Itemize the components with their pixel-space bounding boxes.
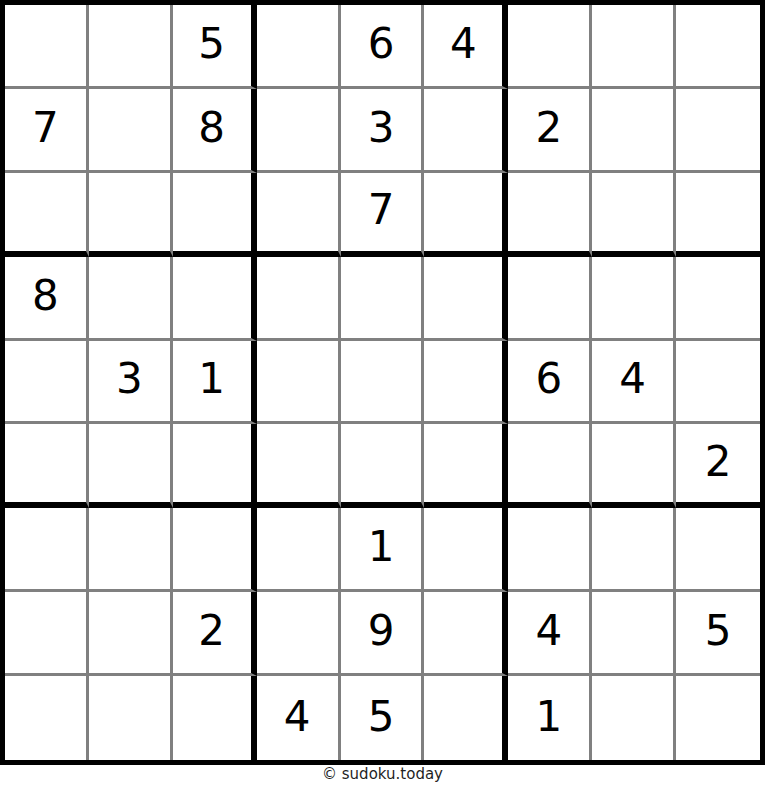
cell-r7c7[interactable] [508, 508, 592, 592]
cell-r9c5[interactable]: 5 [341, 676, 425, 760]
cell-r3c8[interactable] [592, 173, 676, 257]
cell-r2c5[interactable]: 3 [341, 89, 425, 173]
cell-r7c2[interactable] [89, 508, 173, 592]
cell-r8c9[interactable]: 5 [676, 592, 760, 676]
cell-r4c8[interactable] [592, 257, 676, 341]
cell-r2c3[interactable]: 8 [173, 89, 257, 173]
cell-r7c6[interactable] [424, 508, 508, 592]
cell-r8c7[interactable]: 4 [508, 592, 592, 676]
given-digit: 1 [198, 354, 225, 403]
cell-r1c9[interactable] [676, 5, 760, 89]
cell-r9c1[interactable] [5, 676, 89, 760]
given-digit: 4 [619, 354, 646, 403]
cell-r4c1[interactable]: 8 [5, 257, 89, 341]
given-digit: 3 [116, 354, 143, 403]
given-digit: 2 [198, 606, 225, 655]
cell-r4c7[interactable] [508, 257, 592, 341]
given-digit: 8 [32, 271, 59, 320]
cell-r5c4[interactable] [257, 341, 341, 425]
cell-r5c9[interactable] [676, 341, 760, 425]
cell-r8c2[interactable] [89, 592, 173, 676]
cell-r1c8[interactable] [592, 5, 676, 89]
cell-r1c5[interactable]: 6 [341, 5, 425, 89]
cell-r1c6[interactable]: 4 [424, 5, 508, 89]
cell-r6c3[interactable] [173, 424, 257, 508]
cell-r8c5[interactable]: 9 [341, 592, 425, 676]
cell-r4c9[interactable] [676, 257, 760, 341]
cell-r8c8[interactable] [592, 592, 676, 676]
cell-r9c9[interactable] [676, 676, 760, 760]
given-digit: 4 [284, 692, 311, 741]
cell-r3c6[interactable] [424, 173, 508, 257]
cell-r7c1[interactable] [5, 508, 89, 592]
given-digit: 2 [705, 437, 732, 486]
given-digit: 4 [450, 19, 477, 68]
cell-r9c2[interactable] [89, 676, 173, 760]
cell-r1c4[interactable] [257, 5, 341, 89]
cell-r4c2[interactable] [89, 257, 173, 341]
cell-r7c4[interactable] [257, 508, 341, 592]
cell-r4c4[interactable] [257, 257, 341, 341]
cell-r3c1[interactable] [5, 173, 89, 257]
cell-r8c6[interactable] [424, 592, 508, 676]
cell-r5c1[interactable] [5, 341, 89, 425]
cell-r3c3[interactable] [173, 173, 257, 257]
cell-r4c3[interactable] [173, 257, 257, 341]
cell-r5c8[interactable]: 4 [592, 341, 676, 425]
cell-r1c2[interactable] [89, 5, 173, 89]
cell-r5c5[interactable] [341, 341, 425, 425]
cell-r7c8[interactable] [592, 508, 676, 592]
cell-r2c1[interactable]: 7 [5, 89, 89, 173]
cell-r2c6[interactable] [424, 89, 508, 173]
cell-r2c4[interactable] [257, 89, 341, 173]
cell-r6c4[interactable] [257, 424, 341, 508]
given-digit: 8 [198, 103, 225, 152]
cell-r6c7[interactable] [508, 424, 592, 508]
cell-r6c5[interactable] [341, 424, 425, 508]
given-digit: 5 [705, 606, 732, 655]
cell-r6c1[interactable] [5, 424, 89, 508]
cell-r5c3[interactable]: 1 [173, 341, 257, 425]
given-digit: 9 [368, 606, 395, 655]
given-digit: 5 [198, 19, 225, 68]
cell-r8c3[interactable]: 2 [173, 592, 257, 676]
cell-r7c3[interactable] [173, 508, 257, 592]
cell-r2c2[interactable] [89, 89, 173, 173]
cell-r6c8[interactable] [592, 424, 676, 508]
given-digit: 3 [368, 103, 395, 152]
given-digit: 4 [535, 606, 562, 655]
cell-r9c3[interactable] [173, 676, 257, 760]
cell-r9c4[interactable]: 4 [257, 676, 341, 760]
footer-credit: © sudoku.today [0, 765, 765, 785]
given-digit: 7 [32, 103, 59, 152]
cell-r9c8[interactable] [592, 676, 676, 760]
sudoku-page: 5647832783164212945451 © sudoku.today [0, 0, 765, 785]
cell-r1c1[interactable] [5, 5, 89, 89]
cell-r1c7[interactable] [508, 5, 592, 89]
given-digit: 2 [535, 103, 562, 152]
cell-r7c9[interactable] [676, 508, 760, 592]
cell-r4c5[interactable] [341, 257, 425, 341]
cell-r2c9[interactable] [676, 89, 760, 173]
cell-r9c7[interactable]: 1 [508, 676, 592, 760]
sudoku-board: 5647832783164212945451 [0, 0, 765, 765]
cell-r2c7[interactable]: 2 [508, 89, 592, 173]
cell-r3c2[interactable] [89, 173, 173, 257]
cell-r4c6[interactable] [424, 257, 508, 341]
given-digit: 5 [368, 692, 395, 741]
cell-r3c9[interactable] [676, 173, 760, 257]
cell-r7c5[interactable]: 1 [341, 508, 425, 592]
cell-r6c6[interactable] [424, 424, 508, 508]
cell-r1c3[interactable]: 5 [173, 5, 257, 89]
given-digit: 6 [368, 19, 395, 68]
cell-r5c6[interactable] [424, 341, 508, 425]
given-digit: 6 [535, 354, 562, 403]
cell-r8c1[interactable] [5, 592, 89, 676]
cell-r3c7[interactable] [508, 173, 592, 257]
cell-r3c4[interactable] [257, 173, 341, 257]
cell-r2c8[interactable] [592, 89, 676, 173]
cell-r6c2[interactable] [89, 424, 173, 508]
cell-r5c2[interactable]: 3 [89, 341, 173, 425]
cell-r9c6[interactable] [424, 676, 508, 760]
given-digit: 1 [535, 692, 562, 741]
cell-r3c5[interactable]: 7 [341, 173, 425, 257]
cell-r6c9[interactable]: 2 [676, 424, 760, 508]
cell-r5c7[interactable]: 6 [508, 341, 592, 425]
given-digit: 1 [368, 522, 395, 571]
cell-r8c4[interactable] [257, 592, 341, 676]
given-digit: 7 [368, 185, 395, 234]
